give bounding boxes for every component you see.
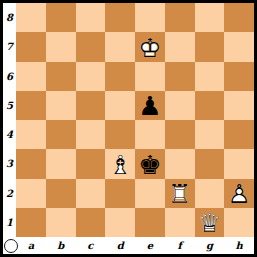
- rank-label-8: 8: [3, 3, 16, 32]
- square-b1[interactable]: [46, 208, 76, 237]
- file-label-c: c: [76, 237, 106, 254]
- white-pawn[interactable]: ♟♙: [224, 179, 254, 208]
- square-e5[interactable]: ♟: [135, 91, 165, 120]
- square-d8[interactable]: [105, 3, 135, 32]
- square-d4[interactable]: [105, 120, 135, 149]
- square-c4[interactable]: [76, 120, 106, 149]
- square-a4[interactable]: [16, 120, 46, 149]
- square-h8[interactable]: [224, 3, 254, 32]
- square-a7[interactable]: [16, 32, 46, 61]
- square-h1[interactable]: [224, 208, 254, 237]
- square-g5[interactable]: [195, 91, 225, 120]
- square-f6[interactable]: [165, 62, 195, 91]
- square-a2[interactable]: [16, 179, 46, 208]
- file-label-f: f: [165, 237, 195, 254]
- square-e2[interactable]: [135, 179, 165, 208]
- chess-diagram: 87♚♔65♟43♝♗♚2♜♖♟♙1♛♕abcdefgh: [0, 0, 257, 257]
- square-e8[interactable]: [135, 3, 165, 32]
- rank-label-7: 7: [3, 32, 16, 61]
- file-label-e: e: [135, 237, 165, 254]
- square-b3[interactable]: [46, 149, 76, 178]
- bishop-icon: ♗: [108, 152, 131, 178]
- white-rook[interactable]: ♜♖: [165, 179, 195, 208]
- turn-indicator-cell: [3, 237, 16, 254]
- square-c1[interactable]: [76, 208, 106, 237]
- square-b6[interactable]: [46, 62, 76, 91]
- square-h2[interactable]: ♟♙: [224, 179, 254, 208]
- square-e3[interactable]: ♚: [135, 149, 165, 178]
- black-king[interactable]: ♚: [135, 149, 165, 178]
- chess-board: 87♚♔65♟43♝♗♚2♜♖♟♙1♛♕abcdefgh: [3, 3, 254, 254]
- black-pawn[interactable]: ♟: [135, 91, 165, 120]
- square-a6[interactable]: [16, 62, 46, 91]
- square-b5[interactable]: [46, 91, 76, 120]
- square-h3[interactable]: [224, 149, 254, 178]
- square-h5[interactable]: [224, 91, 254, 120]
- square-g8[interactable]: [195, 3, 225, 32]
- pawn-icon: ♟: [138, 93, 161, 119]
- square-c3[interactable]: [76, 149, 106, 178]
- square-e7[interactable]: ♚♔: [135, 32, 165, 61]
- file-label-d: d: [105, 237, 135, 254]
- square-b8[interactable]: [46, 3, 76, 32]
- rank-label-6: 6: [3, 62, 16, 91]
- square-g2[interactable]: [195, 179, 225, 208]
- king-icon: ♚: [138, 152, 161, 178]
- pawn-icon: ♙: [227, 181, 250, 207]
- square-h7[interactable]: [224, 32, 254, 61]
- square-b4[interactable]: [46, 120, 76, 149]
- square-c5[interactable]: [76, 91, 106, 120]
- rank-label-2: 2: [3, 179, 16, 208]
- file-label-b: b: [46, 237, 76, 254]
- square-f4[interactable]: [165, 120, 195, 149]
- square-g4[interactable]: [195, 120, 225, 149]
- square-e6[interactable]: [135, 62, 165, 91]
- square-a8[interactable]: [16, 3, 46, 32]
- file-label-h: h: [224, 237, 254, 254]
- square-a3[interactable]: [16, 149, 46, 178]
- square-d6[interactable]: [105, 62, 135, 91]
- square-h6[interactable]: [224, 62, 254, 91]
- square-h4[interactable]: [224, 120, 254, 149]
- square-e4[interactable]: [135, 120, 165, 149]
- rank-label-1: 1: [3, 208, 16, 237]
- rook-icon: ♖: [168, 181, 191, 207]
- square-c6[interactable]: [76, 62, 106, 91]
- file-label-g: g: [195, 237, 225, 254]
- square-b7[interactable]: [46, 32, 76, 61]
- square-d3[interactable]: ♝♗: [105, 149, 135, 178]
- square-g7[interactable]: [195, 32, 225, 61]
- white-to-move-indicator: [4, 239, 18, 253]
- square-f1[interactable]: [165, 208, 195, 237]
- square-e1[interactable]: [135, 208, 165, 237]
- square-a5[interactable]: [16, 91, 46, 120]
- square-f5[interactable]: [165, 91, 195, 120]
- square-d5[interactable]: [105, 91, 135, 120]
- square-c7[interactable]: [76, 32, 106, 61]
- file-label-a: a: [16, 237, 46, 254]
- king-icon: ♔: [138, 35, 161, 61]
- square-f3[interactable]: [165, 149, 195, 178]
- square-f7[interactable]: [165, 32, 195, 61]
- square-b2[interactable]: [46, 179, 76, 208]
- square-f8[interactable]: [165, 3, 195, 32]
- white-queen[interactable]: ♛♕: [195, 208, 225, 237]
- square-g3[interactable]: [195, 149, 225, 178]
- rank-label-4: 4: [3, 120, 16, 149]
- white-bishop[interactable]: ♝♗: [105, 149, 135, 178]
- white-king[interactable]: ♚♔: [135, 32, 165, 61]
- square-d7[interactable]: [105, 32, 135, 61]
- square-a1[interactable]: [16, 208, 46, 237]
- square-c8[interactable]: [76, 3, 106, 32]
- rank-label-5: 5: [3, 91, 16, 120]
- square-f2[interactable]: ♜♖: [165, 179, 195, 208]
- square-g1[interactable]: ♛♕: [195, 208, 225, 237]
- queen-icon: ♕: [198, 210, 221, 236]
- rank-label-3: 3: [3, 149, 16, 178]
- square-c2[interactable]: [76, 179, 106, 208]
- square-g6[interactable]: [195, 62, 225, 91]
- square-d2[interactable]: [105, 179, 135, 208]
- square-d1[interactable]: [105, 208, 135, 237]
